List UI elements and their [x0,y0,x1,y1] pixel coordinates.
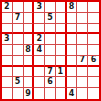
cell-r3c7[interactable] [67,24,78,35]
cell-r1c7[interactable]: 8 [67,2,78,13]
cell-r4c3[interactable] [24,34,35,45]
cell-r1c9[interactable] [88,2,99,13]
cell-r6c8[interactable]: 7 [77,56,88,67]
cell-r3c5[interactable] [45,24,56,35]
cell-r1c4[interactable]: 3 [34,2,45,13]
cell-r4c2[interactable] [13,34,24,45]
cell-r3c2[interactable] [13,24,24,35]
cell-r4c4[interactable]: 2 [34,34,45,45]
cell-r4c6[interactable] [56,34,67,45]
cell-r8c5[interactable]: 6 [45,77,56,88]
cell-r4c7[interactable] [67,34,78,45]
cell-r9c9[interactable] [88,88,99,99]
cell-r2c1[interactable] [2,13,13,24]
cell-r1c3[interactable] [24,2,35,13]
cell-r7c2[interactable] [13,67,24,78]
cell-r8c4[interactable] [34,77,45,88]
cell-r6c9[interactable]: 6 [88,56,99,67]
cell-r6c4[interactable] [34,56,45,67]
cell-r4c9[interactable] [88,34,99,45]
cell-r4c8[interactable] [77,34,88,45]
cell-r8c8[interactable] [77,77,88,88]
cell-r9c7[interactable]: 4 [67,88,78,99]
cell-r7c4[interactable] [34,67,45,78]
cell-r3c1[interactable] [2,24,13,35]
cell-r2c3[interactable] [24,13,35,24]
cell-r9c3[interactable]: 9 [24,88,35,99]
cell-r7c1[interactable] [2,67,13,78]
cell-r2c7[interactable] [67,13,78,24]
cell-r7c5[interactable]: 7 [45,67,56,78]
cell-r6c6[interactable] [56,56,67,67]
sudoku-board: 23875328476715694 [0,0,101,101]
cell-r8c7[interactable] [67,77,78,88]
cell-r7c9[interactable] [88,67,99,78]
cell-r1c6[interactable] [56,2,67,13]
cell-r1c1[interactable]: 2 [2,2,13,13]
cell-r5c4[interactable]: 4 [34,45,45,56]
cell-r7c6[interactable]: 1 [56,67,67,78]
cell-r2c9[interactable] [88,13,99,24]
cell-r4c1[interactable]: 3 [2,34,13,45]
cell-r2c2[interactable]: 7 [13,13,24,24]
cell-r8c9[interactable] [88,77,99,88]
cell-r9c4[interactable] [34,88,45,99]
cell-r8c1[interactable] [2,77,13,88]
cell-r3c6[interactable] [56,24,67,35]
cell-r6c2[interactable] [13,56,24,67]
cell-r5c9[interactable] [88,45,99,56]
cell-r7c3[interactable] [24,67,35,78]
cell-r5c2[interactable] [13,45,24,56]
cell-r1c2[interactable] [13,2,24,13]
cell-r6c5[interactable] [45,56,56,67]
cell-r7c7[interactable] [67,67,78,78]
cell-r6c3[interactable] [24,56,35,67]
cell-r3c3[interactable] [24,24,35,35]
cell-r1c8[interactable] [77,2,88,13]
cell-r8c3[interactable] [24,77,35,88]
cell-r4c5[interactable] [45,34,56,45]
cell-r9c8[interactable] [77,88,88,99]
cell-r5c6[interactable] [56,45,67,56]
cell-r2c8[interactable] [77,13,88,24]
cell-r8c6[interactable] [56,77,67,88]
cell-r9c2[interactable] [13,88,24,99]
cell-r9c1[interactable] [2,88,13,99]
cell-r3c4[interactable] [34,24,45,35]
cell-r2c5[interactable]: 5 [45,13,56,24]
cell-r6c7[interactable] [67,56,78,67]
cell-r2c6[interactable] [56,13,67,24]
cell-r5c3[interactable]: 8 [24,45,35,56]
cell-r3c9[interactable] [88,24,99,35]
cell-r8c2[interactable]: 5 [13,77,24,88]
cell-r7c8[interactable] [77,67,88,78]
cell-r5c5[interactable] [45,45,56,56]
cell-r5c7[interactable] [67,45,78,56]
cell-r9c5[interactable] [45,88,56,99]
cell-r2c4[interactable] [34,13,45,24]
cell-r6c1[interactable] [2,56,13,67]
cell-r9c6[interactable] [56,88,67,99]
cell-r5c8[interactable] [77,45,88,56]
cell-r3c8[interactable] [77,24,88,35]
cell-r5c1[interactable] [2,45,13,56]
cell-r1c5[interactable] [45,2,56,13]
